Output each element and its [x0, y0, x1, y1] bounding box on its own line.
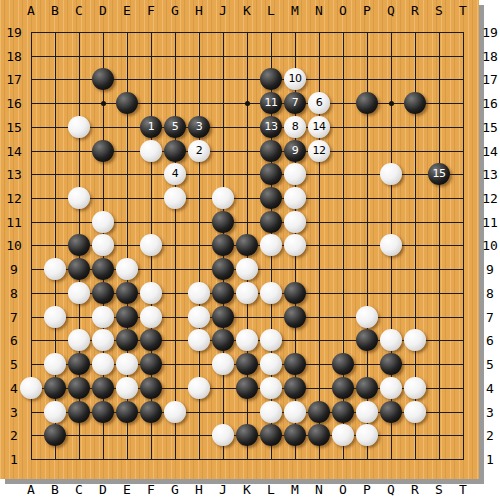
col-label-bottom-T: T [459, 482, 467, 497]
stone-black-E16[interactable] [116, 92, 138, 114]
stone-white-C12[interactable] [68, 187, 90, 209]
stone-white-Q4[interactable] [380, 377, 402, 399]
row-label-right-1: 1 [486, 451, 494, 466]
stone-white-N16[interactable]: 6 [308, 92, 330, 114]
stone-white-F7[interactable] [140, 306, 162, 328]
col-label-top-O: O [339, 3, 347, 18]
stone-white-J12[interactable] [212, 187, 234, 209]
col-label-bottom-F: F [147, 482, 155, 497]
col-label-top-H: H [195, 3, 203, 18]
grid-vline-T [463, 32, 464, 460]
stone-black-K10[interactable] [236, 234, 258, 256]
row-label-left-13: 13 [6, 167, 22, 182]
col-label-bottom-L: L [267, 482, 275, 497]
col-label-bottom-Q: Q [387, 482, 395, 497]
stone-white-F8[interactable] [140, 282, 162, 304]
col-label-top-B: B [51, 3, 59, 18]
stone-white-M12[interactable] [284, 187, 306, 209]
stone-black-D14[interactable] [92, 140, 114, 162]
col-label-top-C: C [75, 3, 83, 18]
stone-black-P4[interactable] [356, 377, 378, 399]
stone-black-M2[interactable] [284, 424, 306, 446]
stone-white-L8[interactable] [260, 282, 282, 304]
stone-black-H15[interactable]: 3 [188, 116, 210, 138]
col-label-top-M: M [291, 3, 299, 18]
stone-black-L13[interactable] [260, 163, 282, 185]
stone-white-F10[interactable] [140, 234, 162, 256]
stone-white-H4[interactable] [188, 377, 210, 399]
stone-black-G14[interactable] [164, 140, 186, 162]
stone-black-D3[interactable] [92, 401, 114, 423]
row-label-right-8: 8 [486, 285, 494, 300]
move-number-3: 3 [196, 116, 203, 138]
col-label-top-G: G [171, 3, 179, 18]
row-label-left-17: 17 [6, 72, 22, 87]
stone-black-C3[interactable] [68, 401, 90, 423]
stone-white-D5[interactable] [92, 353, 114, 375]
row-label-right-5: 5 [486, 357, 494, 372]
stone-black-R16[interactable] [404, 92, 426, 114]
stone-white-M11[interactable] [284, 211, 306, 233]
go-board: 101176153138142912415 ABCDEFGHJKLMNOPQRS… [0, 0, 479, 479]
stone-white-E9[interactable] [116, 258, 138, 280]
stone-white-G12[interactable] [164, 187, 186, 209]
col-label-bottom-N: N [315, 482, 323, 497]
row-label-left-19: 19 [6, 25, 22, 40]
row-label-right-13: 13 [482, 167, 498, 182]
stone-black-M4[interactable] [284, 377, 306, 399]
stone-white-O2[interactable] [332, 424, 354, 446]
row-label-left-11: 11 [6, 214, 22, 229]
stone-black-J10[interactable] [212, 234, 234, 256]
stone-white-E4[interactable] [116, 377, 138, 399]
move-number-11: 11 [265, 92, 278, 114]
row-label-left-6: 6 [10, 333, 18, 348]
stone-black-Q3[interactable] [380, 401, 402, 423]
col-label-top-J: J [219, 3, 227, 18]
col-label-top-E: E [123, 3, 131, 18]
row-label-left-18: 18 [6, 48, 22, 63]
stone-black-C5[interactable] [68, 353, 90, 375]
stone-black-C4[interactable] [68, 377, 90, 399]
stone-white-D6[interactable] [92, 329, 114, 351]
stone-black-Q5[interactable] [380, 353, 402, 375]
stone-black-P6[interactable] [356, 329, 378, 351]
stone-black-E8[interactable] [116, 282, 138, 304]
stone-black-P16[interactable] [356, 92, 378, 114]
stone-black-O5[interactable] [332, 353, 354, 375]
stone-black-J9[interactable] [212, 258, 234, 280]
stone-black-M14[interactable]: 9 [284, 140, 306, 162]
col-label-top-A: A [27, 3, 35, 18]
stone-white-L5[interactable] [260, 353, 282, 375]
col-label-top-N: N [315, 3, 323, 18]
stone-black-D4[interactable] [92, 377, 114, 399]
stone-white-K9[interactable] [236, 258, 258, 280]
stone-white-B3[interactable] [44, 401, 66, 423]
row-label-left-3: 3 [10, 404, 18, 419]
row-label-left-4: 4 [10, 380, 18, 395]
col-label-top-T: T [459, 3, 467, 18]
col-label-bottom-S: S [435, 482, 443, 497]
stone-black-D9[interactable] [92, 258, 114, 280]
stone-black-D17[interactable] [92, 68, 114, 90]
col-label-bottom-M: M [291, 482, 299, 497]
star-point-Q16 [389, 101, 394, 106]
stone-white-R4[interactable] [404, 377, 426, 399]
stone-white-E5[interactable] [116, 353, 138, 375]
col-label-top-S: S [435, 3, 443, 18]
stone-black-M5[interactable] [284, 353, 306, 375]
stone-white-H14[interactable]: 2 [188, 140, 210, 162]
col-label-top-Q: Q [387, 3, 395, 18]
row-label-left-15: 15 [6, 119, 22, 134]
stone-white-R6[interactable] [404, 329, 426, 351]
move-number-10: 10 [289, 68, 302, 90]
stone-white-P3[interactable] [356, 401, 378, 423]
move-number-2: 2 [196, 140, 203, 162]
col-label-top-D: D [99, 3, 107, 18]
row-label-left-2: 2 [10, 428, 18, 443]
stone-black-L12[interactable] [260, 187, 282, 209]
col-label-top-F: F [147, 3, 155, 18]
stone-black-J8[interactable] [212, 282, 234, 304]
row-label-left-10: 10 [6, 238, 22, 253]
stone-black-L17[interactable] [260, 68, 282, 90]
stone-black-L15[interactable]: 13 [260, 116, 282, 138]
move-number-1: 1 [148, 116, 155, 138]
row-label-right-14: 14 [482, 143, 498, 158]
stone-black-N3[interactable] [308, 401, 330, 423]
stone-white-F14[interactable] [140, 140, 162, 162]
stone-white-H6[interactable] [188, 329, 210, 351]
stone-black-E3[interactable] [116, 401, 138, 423]
stone-black-K2[interactable] [236, 424, 258, 446]
stone-white-N14[interactable]: 12 [308, 140, 330, 162]
stone-white-Q6[interactable] [380, 329, 402, 351]
move-number-5: 5 [172, 116, 179, 138]
stone-white-D10[interactable] [92, 234, 114, 256]
stone-black-N2[interactable] [308, 424, 330, 446]
stone-black-M16[interactable]: 7 [284, 92, 306, 114]
col-label-bottom-H: H [195, 482, 203, 497]
stone-black-M8[interactable] [284, 282, 306, 304]
stone-white-L4[interactable] [260, 377, 282, 399]
row-label-left-14: 14 [6, 143, 22, 158]
row-label-left-16: 16 [6, 96, 22, 111]
stone-white-C15[interactable] [68, 116, 90, 138]
col-label-bottom-C: C [75, 482, 83, 497]
row-label-right-3: 3 [486, 404, 494, 419]
stone-white-L3[interactable] [260, 401, 282, 423]
col-label-top-P: P [363, 3, 371, 18]
col-label-bottom-D: D [99, 482, 107, 497]
stone-white-J2[interactable] [212, 424, 234, 446]
stone-black-B4[interactable] [44, 377, 66, 399]
stone-white-D11[interactable] [92, 211, 114, 233]
stone-white-B7[interactable] [44, 306, 66, 328]
stone-white-B5[interactable] [44, 353, 66, 375]
move-number-12: 12 [313, 140, 326, 162]
row-label-right-15: 15 [482, 119, 498, 134]
move-number-6: 6 [316, 92, 323, 114]
grid-vline-S [439, 32, 440, 460]
col-label-bottom-G: G [171, 482, 179, 497]
col-label-bottom-K: K [243, 482, 251, 497]
stone-white-R3[interactable] [404, 401, 426, 423]
stone-black-S13[interactable]: 15 [428, 163, 450, 185]
col-label-top-R: R [411, 3, 419, 18]
star-point-D16 [101, 101, 106, 106]
stone-white-L10[interactable] [260, 234, 282, 256]
row-label-right-10: 10 [482, 238, 498, 253]
stone-black-O4[interactable] [332, 377, 354, 399]
stone-white-H8[interactable] [188, 282, 210, 304]
row-label-right-12: 12 [482, 191, 498, 206]
row-label-right-9: 9 [486, 262, 494, 277]
stone-black-F6[interactable] [140, 329, 162, 351]
row-label-left-1: 1 [10, 451, 18, 466]
row-label-left-5: 5 [10, 357, 18, 372]
stone-white-A4[interactable] [20, 377, 42, 399]
move-number-9: 9 [292, 140, 299, 162]
move-number-15: 15 [433, 163, 446, 185]
stone-black-L16[interactable]: 11 [260, 92, 282, 114]
row-label-right-2: 2 [486, 428, 494, 443]
stone-black-F3[interactable] [140, 401, 162, 423]
stone-black-B2[interactable] [44, 424, 66, 446]
col-label-bottom-E: E [123, 482, 131, 497]
col-label-bottom-J: J [219, 482, 227, 497]
move-number-14: 14 [313, 116, 326, 138]
row-label-right-6: 6 [486, 333, 494, 348]
stone-white-M15[interactable]: 8 [284, 116, 306, 138]
stone-white-G13[interactable]: 4 [164, 163, 186, 185]
stone-white-D7[interactable] [92, 306, 114, 328]
stone-black-F5[interactable] [140, 353, 162, 375]
row-label-left-9: 9 [10, 262, 18, 277]
stone-black-M7[interactable] [284, 306, 306, 328]
stone-white-N15[interactable]: 14 [308, 116, 330, 138]
stone-white-P2[interactable] [356, 424, 378, 446]
stone-black-L11[interactable] [260, 211, 282, 233]
stone-white-P7[interactable] [356, 306, 378, 328]
stone-black-F4[interactable] [140, 377, 162, 399]
row-label-right-19: 19 [482, 25, 498, 40]
col-label-bottom-O: O [339, 482, 347, 497]
stone-white-G3[interactable] [164, 401, 186, 423]
stone-black-E7[interactable] [116, 306, 138, 328]
row-label-right-17: 17 [482, 72, 498, 87]
row-label-left-7: 7 [10, 309, 18, 324]
stone-black-O3[interactable] [332, 401, 354, 423]
go-game-screenshot: 101176153138142912415 ABCDEFGHJKLMNOPQRS… [0, 0, 500, 500]
stone-white-C8[interactable] [68, 282, 90, 304]
stone-white-J5[interactable] [212, 353, 234, 375]
stone-white-C6[interactable] [68, 329, 90, 351]
stone-white-H7[interactable] [188, 306, 210, 328]
col-label-top-L: L [267, 3, 275, 18]
stone-white-M3[interactable] [284, 401, 306, 423]
stone-black-C10[interactable] [68, 234, 90, 256]
stone-black-K5[interactable] [236, 353, 258, 375]
row-label-right-7: 7 [486, 309, 494, 324]
col-label-bottom-R: R [411, 482, 419, 497]
col-label-bottom-P: P [363, 482, 371, 497]
stone-black-C9[interactable] [68, 258, 90, 280]
col-label-top-K: K [243, 3, 251, 18]
row-label-left-8: 8 [10, 285, 18, 300]
stone-black-L2[interactable] [260, 424, 282, 446]
stone-white-M10[interactable] [284, 234, 306, 256]
stone-black-K4[interactable] [236, 377, 258, 399]
row-label-right-4: 4 [486, 380, 494, 395]
stone-black-J6[interactable] [212, 329, 234, 351]
stone-white-Q13[interactable] [380, 163, 402, 185]
move-number-8: 8 [292, 116, 299, 138]
row-label-right-11: 11 [482, 214, 498, 229]
stone-white-K8[interactable] [236, 282, 258, 304]
stone-black-F15[interactable]: 1 [140, 116, 162, 138]
star-point-K16 [245, 101, 250, 106]
stone-white-Q10[interactable] [380, 234, 402, 256]
row-label-right-18: 18 [482, 48, 498, 63]
move-number-4: 4 [172, 163, 179, 185]
stone-black-G15[interactable]: 5 [164, 116, 186, 138]
stone-black-E6[interactable] [116, 329, 138, 351]
row-label-right-16: 16 [482, 96, 498, 111]
stone-black-D8[interactable] [92, 282, 114, 304]
stone-white-M17[interactable]: 10 [284, 68, 306, 90]
stone-black-L14[interactable] [260, 140, 282, 162]
stone-black-J7[interactable] [212, 306, 234, 328]
stone-white-L6[interactable] [260, 329, 282, 351]
stone-white-M13[interactable] [284, 163, 306, 185]
col-label-bottom-B: B [51, 482, 59, 497]
stone-white-B9[interactable] [44, 258, 66, 280]
stone-white-K6[interactable] [236, 329, 258, 351]
row-label-left-12: 12 [6, 191, 22, 206]
stone-black-J11[interactable] [212, 211, 234, 233]
grid-hline-1 [31, 459, 464, 460]
move-number-13: 13 [265, 116, 278, 138]
move-number-7: 7 [292, 92, 299, 114]
col-label-bottom-A: A [27, 482, 35, 497]
